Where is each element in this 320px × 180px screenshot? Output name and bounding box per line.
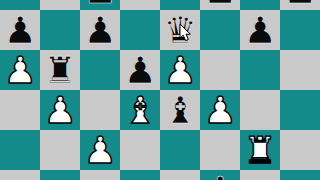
black-pawn[interactable]: ♟	[83, 11, 116, 51]
square[interactable]	[280, 10, 320, 50]
square[interactable]: ♟	[200, 0, 240, 10]
square[interactable]	[280, 50, 320, 90]
white-pawn[interactable]: ♟	[163, 51, 196, 91]
black-pawn[interactable]: ♟	[123, 51, 156, 91]
square[interactable]	[280, 170, 320, 180]
square[interactable]	[280, 130, 320, 170]
black-pawn[interactable]: ♟	[243, 11, 276, 51]
square[interactable]: ♟	[200, 170, 240, 180]
white-pawn[interactable]: ♟	[3, 51, 36, 91]
square[interactable]	[40, 0, 80, 10]
chess-app-viewport: ♟♟♟♟♟♛♟♟♜♟♟♟♝♝♟♟♜♟	[0, 0, 320, 180]
square[interactable]: ♟	[200, 90, 240, 130]
square[interactable]	[80, 90, 120, 130]
white-pawn[interactable]: ♟	[43, 91, 76, 131]
square[interactable]	[120, 10, 160, 50]
black-pawn[interactable]: ♟	[3, 11, 36, 51]
square[interactable]	[240, 170, 280, 180]
black-rook[interactable]: ♜	[43, 51, 76, 91]
white-pawn[interactable]: ♟	[83, 131, 116, 171]
white-bishop[interactable]: ♝	[123, 91, 156, 131]
square[interactable]: ♟	[0, 50, 40, 90]
square[interactable]: ♟	[280, 0, 320, 10]
square[interactable]: ♟	[240, 10, 280, 50]
square[interactable]: ♟	[80, 130, 120, 170]
square[interactable]: ♜	[40, 50, 80, 90]
white-rook[interactable]: ♜	[243, 131, 276, 171]
square[interactable]	[280, 90, 320, 130]
square[interactable]: ♟	[80, 10, 120, 50]
square[interactable]: ♜	[240, 130, 280, 170]
square[interactable]	[120, 130, 160, 170]
square[interactable]	[120, 0, 160, 10]
square[interactable]	[40, 130, 80, 170]
square[interactable]	[40, 10, 80, 50]
square[interactable]: ♟	[0, 10, 40, 50]
square[interactable]	[40, 170, 80, 180]
black-piece-partial[interactable]: ♟	[203, 171, 236, 180]
square[interactable]	[240, 50, 280, 90]
square[interactable]: ♝	[160, 90, 200, 130]
square[interactable]: ♛	[160, 10, 200, 50]
chess-board[interactable]: ♟♟♟♟♟♛♟♟♜♟♟♟♝♝♟♟♜♟	[0, 0, 320, 180]
square[interactable]	[160, 170, 200, 180]
square[interactable]	[80, 50, 120, 90]
black-queen[interactable]: ♛	[163, 11, 196, 51]
square[interactable]	[0, 130, 40, 170]
square[interactable]: ♝	[120, 90, 160, 130]
square[interactable]	[200, 50, 240, 90]
square[interactable]	[0, 90, 40, 130]
square[interactable]: ♟	[120, 50, 160, 90]
white-pawn[interactable]: ♟	[203, 91, 236, 131]
square[interactable]	[160, 130, 200, 170]
square[interactable]: ♟	[40, 90, 80, 130]
square[interactable]	[240, 90, 280, 130]
square[interactable]: ♟	[160, 50, 200, 90]
square[interactable]	[200, 10, 240, 50]
black-bishop[interactable]: ♝	[163, 91, 196, 131]
square[interactable]	[200, 130, 240, 170]
square[interactable]	[0, 170, 40, 180]
square[interactable]	[120, 170, 160, 180]
square[interactable]	[80, 170, 120, 180]
